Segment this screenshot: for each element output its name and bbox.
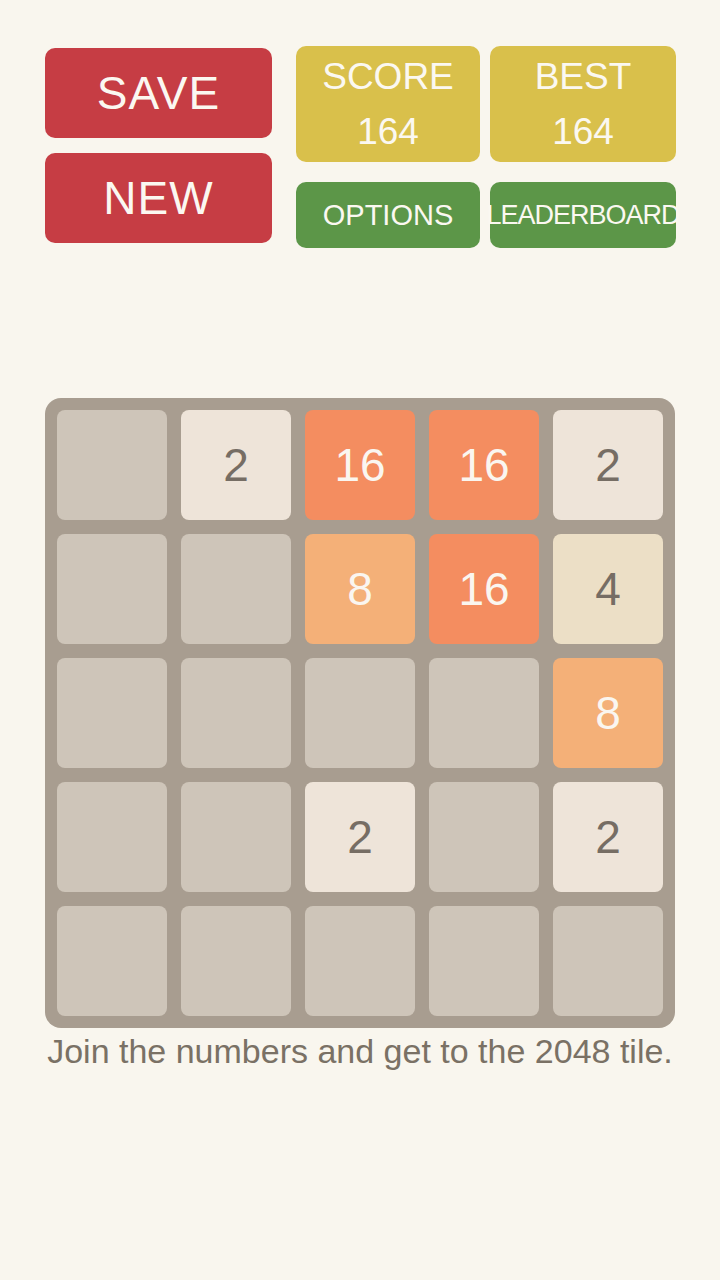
empty-cell-r4c4: [429, 782, 539, 892]
empty-cell-r5c2: [181, 906, 291, 1016]
tile-2-r1c2: 2: [181, 410, 291, 520]
best-label: BEST: [535, 49, 632, 105]
app-screen: SAVE NEW SCORE 164 BEST 164 OPTIONS LEAD…: [0, 0, 720, 1280]
best-box: BEST 164: [490, 46, 676, 162]
empty-cell-r5c4: [429, 906, 539, 1016]
empty-cell-r2c1: [57, 534, 167, 644]
tile-16-r1c3: 16: [305, 410, 415, 520]
instruction-text: Join the numbers and get to the 2048 til…: [0, 1032, 720, 1071]
tile-2-r4c3: 2: [305, 782, 415, 892]
score-box: SCORE 164: [296, 46, 480, 162]
tile-8-r3c5: 8: [553, 658, 663, 768]
empty-cell-r5c3: [305, 906, 415, 1016]
game-board[interactable]: 2161628164822: [45, 398, 675, 1028]
empty-cell-r3c1: [57, 658, 167, 768]
tile-8-r2c3: 8: [305, 534, 415, 644]
options-button[interactable]: OPTIONS: [296, 182, 480, 248]
empty-cell-r2c2: [181, 534, 291, 644]
score-value: 164: [357, 104, 419, 160]
new-button[interactable]: NEW: [45, 153, 272, 243]
tile-4-r2c5: 4: [553, 534, 663, 644]
empty-cell-r3c2: [181, 658, 291, 768]
empty-cell-r1c1: [57, 410, 167, 520]
best-value: 164: [552, 104, 614, 160]
empty-cell-r5c5: [553, 906, 663, 1016]
save-button[interactable]: SAVE: [45, 48, 272, 138]
tile-16-r2c4: 16: [429, 534, 539, 644]
tile-16-r1c4: 16: [429, 410, 539, 520]
leaderboard-button[interactable]: LEADERBOARD: [490, 182, 676, 248]
empty-cell-r3c3: [305, 658, 415, 768]
tile-2-r1c5: 2: [553, 410, 663, 520]
tile-2-r4c5: 2: [553, 782, 663, 892]
empty-cell-r5c1: [57, 906, 167, 1016]
empty-cell-r4c1: [57, 782, 167, 892]
score-label: SCORE: [322, 49, 454, 105]
empty-cell-r4c2: [181, 782, 291, 892]
empty-cell-r3c4: [429, 658, 539, 768]
